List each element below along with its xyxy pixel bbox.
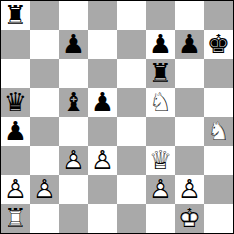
white-pawn-piece: ♟ (88, 146, 117, 175)
square-c1[interactable] (59, 204, 88, 233)
square-e5[interactable] (117, 88, 146, 117)
square-f8[interactable] (146, 1, 175, 30)
white-king-piece: ♚ (175, 204, 204, 233)
white-knight-piece-outline: ♘ (146, 88, 175, 117)
square-e8[interactable] (117, 1, 146, 30)
white-king-piece-outline: ♔ (175, 204, 204, 233)
black-pawn-piece: ♟ (88, 88, 117, 117)
square-h4[interactable]: ♞♘ (204, 117, 233, 146)
square-f4[interactable] (146, 117, 175, 146)
chess-board: ♜♟♟♟♚♜♛♝♟♞♘♟♞♘♟♙♟♙♛♕♟♙♟♙♟♙♟♙♜♖♚♔ (0, 0, 234, 234)
square-e6[interactable] (117, 59, 146, 88)
white-knight-piece-outline: ♘ (204, 117, 233, 146)
square-f5[interactable]: ♞♘ (146, 88, 175, 117)
square-a8[interactable]: ♜ (1, 1, 30, 30)
square-e3[interactable] (117, 146, 146, 175)
square-d2[interactable] (88, 175, 117, 204)
square-d4[interactable] (88, 117, 117, 146)
square-g2[interactable]: ♟♙ (175, 175, 204, 204)
square-h5[interactable] (204, 88, 233, 117)
square-f1[interactable] (146, 204, 175, 233)
square-a3[interactable] (1, 146, 30, 175)
square-d3[interactable]: ♟♙ (88, 146, 117, 175)
square-b2[interactable]: ♟♙ (30, 175, 59, 204)
white-pawn-piece-outline: ♙ (59, 146, 88, 175)
square-g6[interactable] (175, 59, 204, 88)
square-a4[interactable]: ♟ (1, 117, 30, 146)
square-g7[interactable]: ♟ (175, 30, 204, 59)
black-rook-piece: ♜ (146, 59, 175, 88)
square-a6[interactable] (1, 59, 30, 88)
square-a7[interactable] (1, 30, 30, 59)
square-b5[interactable] (30, 88, 59, 117)
square-a5[interactable]: ♛ (1, 88, 30, 117)
square-b3[interactable] (30, 146, 59, 175)
square-c5[interactable]: ♝ (59, 88, 88, 117)
square-g4[interactable] (175, 117, 204, 146)
square-d6[interactable] (88, 59, 117, 88)
white-pawn-piece-outline: ♙ (88, 146, 117, 175)
square-e2[interactable] (117, 175, 146, 204)
square-b6[interactable] (30, 59, 59, 88)
square-d7[interactable] (88, 30, 117, 59)
white-pawn-piece-outline: ♙ (30, 175, 59, 204)
square-c3[interactable]: ♟♙ (59, 146, 88, 175)
square-c7[interactable]: ♟ (59, 30, 88, 59)
square-e7[interactable] (117, 30, 146, 59)
square-d1[interactable] (88, 204, 117, 233)
square-h1[interactable] (204, 204, 233, 233)
square-g1[interactable]: ♚♔ (175, 204, 204, 233)
square-e4[interactable] (117, 117, 146, 146)
square-b4[interactable] (30, 117, 59, 146)
square-f2[interactable]: ♟♙ (146, 175, 175, 204)
black-king-piece: ♚ (204, 30, 233, 59)
square-c4[interactable] (59, 117, 88, 146)
black-pawn-piece: ♟ (1, 117, 30, 146)
white-pawn-piece-outline: ♙ (175, 175, 204, 204)
square-c2[interactable] (59, 175, 88, 204)
square-g5[interactable] (175, 88, 204, 117)
white-pawn-piece-outline: ♙ (146, 175, 175, 204)
chess-diagram: ♜♟♟♟♚♜♛♝♟♞♘♟♞♘♟♙♟♙♛♕♟♙♟♙♟♙♟♙♜♖♚♔ (0, 0, 234, 234)
white-pawn-piece: ♟ (175, 175, 204, 204)
square-b1[interactable] (30, 204, 59, 233)
square-b7[interactable] (30, 30, 59, 59)
black-rook-piece: ♜ (1, 1, 30, 30)
square-f7[interactable]: ♟ (146, 30, 175, 59)
square-h3[interactable] (204, 146, 233, 175)
white-rook-piece-outline: ♖ (1, 204, 30, 233)
white-pawn-piece: ♟ (30, 175, 59, 204)
white-pawn-piece: ♟ (1, 175, 30, 204)
square-d5[interactable]: ♟ (88, 88, 117, 117)
square-h8[interactable] (204, 1, 233, 30)
square-a2[interactable]: ♟♙ (1, 175, 30, 204)
square-b8[interactable] (30, 1, 59, 30)
square-d8[interactable] (88, 1, 117, 30)
square-h6[interactable] (204, 59, 233, 88)
white-queen-piece-outline: ♕ (146, 146, 175, 175)
white-queen-piece: ♛ (146, 146, 175, 175)
white-pawn-piece-outline: ♙ (1, 175, 30, 204)
square-f3[interactable]: ♛♕ (146, 146, 175, 175)
square-a1[interactable]: ♜♖ (1, 204, 30, 233)
square-c6[interactable] (59, 59, 88, 88)
square-f6[interactable]: ♜ (146, 59, 175, 88)
black-pawn-piece: ♟ (146, 30, 175, 59)
white-knight-piece: ♞ (204, 117, 233, 146)
square-c8[interactable] (59, 1, 88, 30)
white-pawn-piece: ♟ (59, 146, 88, 175)
white-rook-piece: ♜ (1, 204, 30, 233)
square-h7[interactable]: ♚ (204, 30, 233, 59)
black-bishop-piece: ♝ (59, 88, 88, 117)
square-e1[interactable] (117, 204, 146, 233)
white-pawn-piece: ♟ (146, 175, 175, 204)
black-pawn-piece: ♟ (175, 30, 204, 59)
square-g3[interactable] (175, 146, 204, 175)
square-g8[interactable] (175, 1, 204, 30)
black-queen-piece: ♛ (1, 88, 30, 117)
black-pawn-piece: ♟ (59, 30, 88, 59)
square-h2[interactable] (204, 175, 233, 204)
white-knight-piece: ♞ (146, 88, 175, 117)
